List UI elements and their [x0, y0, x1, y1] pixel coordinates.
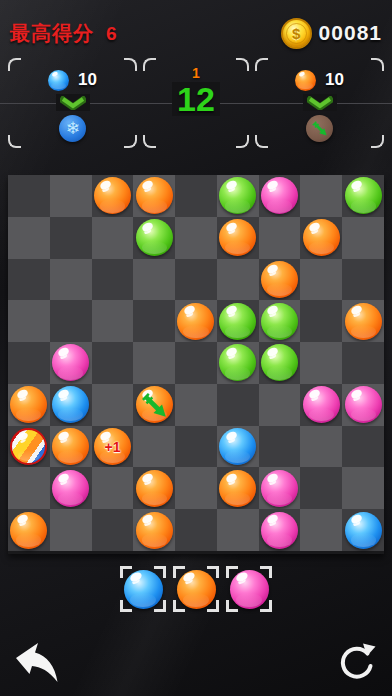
orange-ball[interactable] [10, 386, 47, 423]
blue-ball[interactable] [345, 512, 382, 549]
restart-button[interactable] [337, 641, 377, 683]
bracket-corner [124, 135, 137, 148]
magenta-ball[interactable] [261, 177, 298, 214]
bracket-corner [8, 135, 21, 148]
hud-right-panel: 10 [255, 58, 384, 148]
cell-r5c2[interactable] [50, 342, 92, 384]
chevron-down-icon [303, 94, 337, 111]
cell-r6c3[interactable] [92, 384, 134, 426]
cell-r8c5[interactable] [175, 467, 217, 509]
hud: 10 ❄ 1 12 10 [8, 58, 384, 148]
cell-r7c8[interactable] [300, 426, 342, 468]
cell-r9c2[interactable] [50, 509, 92, 551]
cell-r4c4[interactable] [133, 300, 175, 342]
cell-r9c8[interactable] [300, 509, 342, 551]
cell-r5c3[interactable] [92, 342, 134, 384]
coin-count: 00081 [319, 21, 382, 45]
cell-r6c7[interactable] [259, 384, 301, 426]
cell-r1c8[interactable] [300, 175, 342, 217]
cell-r2c7[interactable] [259, 217, 301, 259]
cell-r1c4[interactable] [133, 175, 175, 217]
green-ball[interactable] [261, 303, 298, 340]
preview-ball-orange [177, 570, 216, 609]
cell-r9c5[interactable] [175, 509, 217, 551]
cell-r6c9[interactable] [342, 384, 384, 426]
cell-r6c5[interactable] [175, 384, 217, 426]
bracket-corner [236, 135, 249, 148]
cell-r6c1[interactable] [8, 384, 50, 426]
cell-r3c4[interactable] [133, 259, 175, 301]
cell-r6c6[interactable] [217, 384, 259, 426]
cell-r4c3[interactable] [92, 300, 134, 342]
cell-r9c3[interactable] [92, 509, 134, 551]
cell-r9c6[interactable] [217, 509, 259, 551]
cell-r9c1[interactable] [8, 509, 50, 551]
next-balls-preview [120, 566, 272, 612]
cell-r7c4[interactable] [133, 426, 175, 468]
cell-r5c9[interactable] [342, 342, 384, 384]
cell-r1c2[interactable] [50, 175, 92, 217]
cell-r1c5[interactable] [175, 175, 217, 217]
bracket-corner [143, 135, 156, 148]
cell-r5c1[interactable] [8, 342, 50, 384]
cell-r1c9[interactable] [342, 175, 384, 217]
plus-one-label: +1 [94, 428, 131, 465]
level-indicator: 1 [192, 65, 200, 81]
bracket-corner [255, 58, 268, 71]
magenta-ball[interactable] [345, 386, 382, 423]
cell-r2c9[interactable] [342, 217, 384, 259]
coin-icon: $ [281, 18, 312, 49]
cell-r9c4[interactable] [133, 509, 175, 551]
magenta-ball[interactable] [261, 512, 298, 549]
green-ball[interactable] [219, 344, 256, 381]
blue-ball-counter: 10 [48, 69, 97, 91]
preview-ball-blue [124, 570, 163, 609]
cell-r9c7[interactable] [259, 509, 301, 551]
cell-r3c5[interactable] [175, 259, 217, 301]
orange-ball[interactable] [177, 303, 214, 340]
cell-r4c8[interactable] [300, 300, 342, 342]
cell-r7c2[interactable] [50, 426, 92, 468]
header: 最高得分 6 $ 00081 [10, 16, 382, 50]
cell-r7c9[interactable] [342, 426, 384, 468]
green-ball[interactable] [345, 177, 382, 214]
orange-ball[interactable] [261, 261, 298, 298]
blue-ball[interactable] [52, 386, 89, 423]
cell-r4c7[interactable] [259, 300, 301, 342]
bracket-corner [8, 58, 21, 71]
green-ball[interactable] [261, 344, 298, 381]
cell-r3c3[interactable] [92, 259, 134, 301]
cell-r7c6[interactable] [217, 426, 259, 468]
orange-ball-count: 10 [325, 70, 344, 90]
cell-r8c3[interactable] [92, 467, 134, 509]
best-score-value: 6 [106, 23, 117, 45]
cell-r2c5[interactable] [175, 217, 217, 259]
orange-ball-icon [295, 70, 316, 91]
orange-ball[interactable] [136, 512, 173, 549]
cell-r5c5[interactable] [175, 342, 217, 384]
cell-r3c8[interactable] [300, 259, 342, 301]
cell-r6c2[interactable] [50, 384, 92, 426]
orange-ball[interactable] [345, 303, 382, 340]
cell-r5c8[interactable] [300, 342, 342, 384]
preview-frame [226, 566, 272, 612]
bracket-corner [371, 135, 384, 148]
cell-r3c1[interactable] [8, 259, 50, 301]
cell-r4c6[interactable] [217, 300, 259, 342]
cell-r8c7[interactable] [259, 467, 301, 509]
magenta-ball[interactable] [261, 470, 298, 507]
blue-ball-icon [48, 70, 69, 91]
cell-r2c8[interactable] [300, 217, 342, 259]
cell-r5c7[interactable] [259, 342, 301, 384]
green-arrow-icon [140, 391, 168, 419]
beach-ball[interactable] [10, 428, 47, 465]
snowflake-powerup-button[interactable]: ❄ [59, 115, 86, 142]
arrow-powerup-ball[interactable] [136, 386, 173, 423]
cell-r7c7[interactable] [259, 426, 301, 468]
cell-r2c1[interactable] [8, 217, 50, 259]
preview-ball-magenta [230, 570, 269, 609]
cell-r3c6[interactable] [217, 259, 259, 301]
bracket-corner [236, 58, 249, 71]
cell-r7c5[interactable] [175, 426, 217, 468]
arrow-powerup-button[interactable] [306, 115, 333, 142]
green-ball[interactable] [219, 177, 256, 214]
cell-r9c9[interactable] [342, 509, 384, 551]
snowflake-icon: ❄ [65, 120, 79, 137]
back-button[interactable] [13, 642, 61, 684]
magenta-ball[interactable] [52, 470, 89, 507]
coin-display: $ 00081 [281, 18, 382, 49]
plus-one-ball[interactable]: +1 [94, 428, 131, 465]
best-score-label: 最高得分 [10, 20, 94, 47]
cell-r8c1[interactable] [8, 467, 50, 509]
cell-r5c4[interactable] [133, 342, 175, 384]
orange-ball[interactable] [136, 470, 173, 507]
cell-r8c9[interactable] [342, 467, 384, 509]
magenta-ball[interactable] [303, 386, 340, 423]
cell-r2c4[interactable] [133, 217, 175, 259]
hud-center-panel: 1 12 [143, 58, 249, 148]
bracket-corner [255, 135, 268, 148]
orange-ball[interactable] [136, 177, 173, 214]
preview-frame [173, 566, 219, 612]
bracket-corner [371, 58, 384, 71]
cell-r1c1[interactable] [8, 175, 50, 217]
cell-r8c6[interactable] [217, 467, 259, 509]
cell-r8c2[interactable] [50, 467, 92, 509]
cell-r4c5[interactable] [175, 300, 217, 342]
cell-r1c3[interactable] [92, 175, 134, 217]
hud-left-panel: 10 ❄ [8, 58, 137, 148]
cell-r4c9[interactable] [342, 300, 384, 342]
cell-r6c4[interactable] [133, 384, 175, 426]
cell-r1c6[interactable] [217, 175, 259, 217]
score-counter: 12 [172, 82, 220, 116]
best-score: 最高得分 6 [10, 20, 117, 47]
cell-r7c3[interactable]: +1 [92, 426, 134, 468]
cell-r8c8[interactable] [300, 467, 342, 509]
cell-r2c3[interactable] [92, 217, 134, 259]
cell-r4c1[interactable] [8, 300, 50, 342]
coin-dollar-symbol: $ [286, 23, 307, 44]
orange-ball[interactable] [94, 177, 131, 214]
cell-r2c6[interactable] [217, 217, 259, 259]
cell-r8c4[interactable] [133, 467, 175, 509]
cell-r5c6[interactable] [217, 342, 259, 384]
bracket-corner [143, 58, 156, 71]
orange-ball[interactable] [303, 219, 340, 256]
green-arrow-icon [311, 120, 328, 137]
blue-ball-count: 10 [78, 70, 97, 90]
cell-r7c1[interactable] [8, 426, 50, 468]
bracket-corner [124, 58, 137, 71]
cell-r1c7[interactable] [259, 175, 301, 217]
magenta-ball[interactable] [52, 344, 89, 381]
refresh-icon [337, 641, 377, 683]
green-ball[interactable] [219, 303, 256, 340]
cell-r3c9[interactable] [342, 259, 384, 301]
cell-r3c2[interactable] [50, 259, 92, 301]
preview-frame [120, 566, 166, 612]
orange-ball[interactable] [219, 470, 256, 507]
orange-ball-counter: 10 [295, 69, 344, 91]
cell-r4c2[interactable] [50, 300, 92, 342]
green-ball[interactable] [136, 219, 173, 256]
blue-ball[interactable] [219, 428, 256, 465]
board: +1 [8, 175, 384, 554]
chevron-down-icon [56, 94, 90, 111]
orange-ball[interactable] [219, 219, 256, 256]
orange-ball[interactable] [52, 428, 89, 465]
cell-r6c8[interactable] [300, 384, 342, 426]
orange-ball[interactable] [10, 512, 47, 549]
back-arrow-icon [13, 642, 61, 684]
cell-r2c2[interactable] [50, 217, 92, 259]
cell-r3c7[interactable] [259, 259, 301, 301]
